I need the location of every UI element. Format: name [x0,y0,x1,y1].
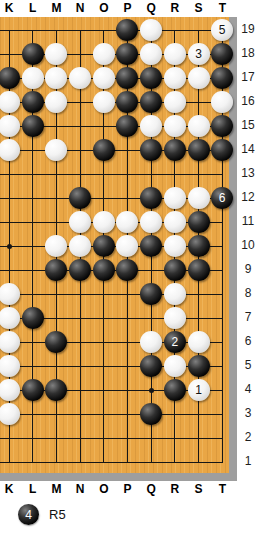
row-label-4: 4 [237,382,259,396]
point-T18[interactable] [210,42,234,66]
point-O18[interactable] [92,42,116,66]
point-Q8[interactable] [139,282,163,306]
point-M5[interactable] [45,354,69,378]
stone-black-R6: 2 [164,331,186,353]
stone-white-K16 [0,91,20,113]
point-L2[interactable] [21,426,45,450]
point-S15[interactable] [187,114,211,138]
stone-black-M9 [45,259,67,281]
stone-white-R16 [164,91,186,113]
point-T7[interactable] [210,306,234,330]
stone-black-S9 [188,259,210,281]
point-R1[interactable] [163,450,187,474]
point-L15[interactable] [21,114,45,138]
point-P17[interactable] [116,66,140,90]
point-M18[interactable] [45,42,69,66]
caption-black-stone-icon: 4 [18,504,39,525]
stone-white-M10 [45,235,67,257]
stone-black-L18 [22,43,44,65]
point-N12[interactable] [68,186,92,210]
stone-white-N17 [69,67,91,89]
point-L9[interactable] [21,258,45,282]
point-O8[interactable] [92,282,116,306]
point-M8[interactable] [45,282,69,306]
point-N14[interactable] [68,138,92,162]
point-L19[interactable] [21,18,45,42]
column-label-Q: Q [147,1,156,15]
point-M19[interactable] [45,18,69,42]
point-O19[interactable] [92,18,116,42]
point-O11[interactable] [92,210,116,234]
point-R12[interactable] [163,186,187,210]
point-M2[interactable] [45,426,69,450]
stone-white-O11 [93,211,115,233]
point-O10[interactable] [92,234,116,258]
stone-white-P11 [116,211,138,233]
point-T13[interactable] [210,162,234,186]
stone-black-S10 [188,235,210,257]
point-Q6[interactable] [139,330,163,354]
point-L11[interactable] [21,210,45,234]
column-label-K: K [5,1,14,15]
stone-black-S5 [188,355,210,377]
point-R11[interactable] [163,210,187,234]
point-O4[interactable] [92,378,116,402]
point-L7[interactable] [21,306,45,330]
stone-white-K6 [0,331,20,353]
stone-white-K5 [0,355,20,377]
stone-black-S11 [188,211,210,233]
point-Q4[interactable] [139,378,163,402]
row-label-14: 14 [237,142,259,156]
point-P18[interactable] [116,42,140,66]
point-R13[interactable] [163,162,187,186]
point-O13[interactable] [92,162,116,186]
point-R4[interactable] [163,378,187,402]
point-K1[interactable] [0,450,21,474]
stone-black-L15 [22,115,44,137]
point-S16[interactable] [187,90,211,114]
point-Q7[interactable] [139,306,163,330]
point-Q17[interactable] [139,66,163,90]
stone-white-R11 [164,211,186,233]
column-label-M: M [51,1,61,15]
point-S13[interactable] [187,162,211,186]
stone-black-Q17 [140,67,162,89]
stone-black-Q12 [140,187,162,209]
stone-white-M18 [45,43,67,65]
point-P7[interactable] [116,306,140,330]
point-P13[interactable] [116,162,140,186]
stone-black-N9 [69,259,91,281]
point-L1[interactable] [21,450,45,474]
point-L17[interactable] [21,66,45,90]
row-label-13: 13 [237,166,259,180]
stone-white-Q18 [140,43,162,65]
point-M3[interactable] [45,402,69,426]
point-P6[interactable] [116,330,140,354]
row-label-6: 6 [237,334,259,348]
point-P16[interactable] [116,90,140,114]
point-Q14[interactable] [139,138,163,162]
point-K6[interactable] [0,330,21,354]
star-point-Q4 [149,388,154,393]
stone-white-P10 [116,235,138,257]
stone-white-K8 [0,283,20,305]
point-S17[interactable] [187,66,211,90]
point-S19[interactable] [187,18,211,42]
point-S2[interactable] [187,426,211,450]
point-L3[interactable] [21,402,45,426]
point-K7[interactable] [0,306,21,330]
point-Q16[interactable] [139,90,163,114]
point-P5[interactable] [116,354,140,378]
point-L8[interactable] [21,282,45,306]
stone-white-R18 [164,43,186,65]
point-S9[interactable] [187,258,211,282]
stone-black-M6 [45,331,67,353]
row-label-7: 7 [237,310,259,324]
point-S18[interactable]: 3 [187,42,211,66]
point-O12[interactable] [92,186,116,210]
stone-black-O9 [93,259,115,281]
point-L4[interactable] [21,378,45,402]
point-N16[interactable] [68,90,92,114]
point-K9[interactable] [0,258,21,282]
point-T1[interactable] [210,450,234,474]
point-P10[interactable] [116,234,140,258]
point-L10[interactable] [21,234,45,258]
point-R16[interactable] [163,90,187,114]
point-M16[interactable] [45,90,69,114]
point-N15[interactable] [68,114,92,138]
row-label-15: 15 [237,118,259,132]
point-S7[interactable] [187,306,211,330]
column-label-N: N [76,482,85,496]
point-R17[interactable] [163,66,187,90]
stone-black-T12: 6 [211,187,233,209]
point-K10[interactable] [0,234,21,258]
point-R10[interactable] [163,234,187,258]
stone-black-Q8 [140,283,162,305]
stone-black-N12 [69,187,91,209]
row-label-16: 16 [237,94,259,108]
point-N6[interactable] [68,330,92,354]
stone-black-T15 [211,115,233,137]
column-label-N: N [76,1,85,15]
point-Q19[interactable] [139,18,163,42]
stone-white-S4: 1 [188,379,210,401]
point-P19[interactable] [116,18,140,42]
point-T4[interactable] [210,378,234,402]
point-N2[interactable] [68,426,92,450]
point-K5[interactable] [0,354,21,378]
column-label-P: P [123,1,131,15]
stone-white-Q15 [140,115,162,137]
point-R18[interactable] [163,42,187,66]
point-O7[interactable] [92,306,116,330]
board-edge-bottom [0,473,237,481]
point-M17[interactable] [45,66,69,90]
point-N13[interactable] [68,162,92,186]
point-O2[interactable] [92,426,116,450]
stone-black-M4 [45,379,67,401]
point-Q10[interactable] [139,234,163,258]
point-S10[interactable] [187,234,211,258]
point-T9[interactable] [210,258,234,282]
point-T6[interactable] [210,330,234,354]
row-label-9: 9 [237,262,259,276]
point-K17[interactable] [0,66,21,90]
point-R2[interactable] [163,426,187,450]
stone-white-M16 [45,91,67,113]
point-M14[interactable] [45,138,69,162]
point-N1[interactable] [68,450,92,474]
point-K14[interactable] [0,138,21,162]
point-K4[interactable] [0,378,21,402]
point-T16[interactable] [210,90,234,114]
caption-move-number: 4 [25,509,32,521]
point-N3[interactable] [68,402,92,426]
point-K13[interactable] [0,162,21,186]
stone-black-R9 [164,259,186,281]
row-labels-right: 19181716151413121110987654321 [237,0,260,481]
point-Q5[interactable] [139,354,163,378]
point-T2[interactable] [210,426,234,450]
point-O1[interactable] [92,450,116,474]
point-M10[interactable] [45,234,69,258]
stone-black-T14 [211,139,233,161]
point-M12[interactable] [45,186,69,210]
point-R9[interactable] [163,258,187,282]
point-P3[interactable] [116,402,140,426]
stone-black-O10 [93,235,115,257]
point-N10[interactable] [68,234,92,258]
point-N7[interactable] [68,306,92,330]
point-P4[interactable] [116,378,140,402]
stone-black-P16 [116,91,138,113]
stone-white-R5 [164,355,186,377]
point-K2[interactable] [0,426,21,450]
point-S8[interactable] [187,282,211,306]
stone-white-K4 [0,379,20,401]
stone-white-R12 [164,187,186,209]
point-M13[interactable] [45,162,69,186]
point-P14[interactable] [116,138,140,162]
point-T12[interactable]: 6 [210,186,234,210]
point-L18[interactable] [21,42,45,66]
point-O15[interactable] [92,114,116,138]
point-S6[interactable] [187,330,211,354]
point-M4[interactable] [45,378,69,402]
point-L12[interactable] [21,186,45,210]
point-P11[interactable] [116,210,140,234]
point-K11[interactable] [0,210,21,234]
point-K18[interactable] [0,42,21,66]
point-R7[interactable] [163,306,187,330]
point-N17[interactable] [68,66,92,90]
point-K19[interactable] [0,18,21,42]
stone-white-R10 [164,235,186,257]
column-label-S: S [195,1,203,15]
point-L14[interactable] [21,138,45,162]
point-M15[interactable] [45,114,69,138]
point-T11[interactable] [210,210,234,234]
point-Q2[interactable] [139,426,163,450]
stone-black-O14 [93,139,115,161]
row-label-11: 11 [237,214,259,228]
row-label-10: 10 [237,238,259,252]
point-Q13[interactable] [139,162,163,186]
point-S11[interactable] [187,210,211,234]
point-S5[interactable] [187,354,211,378]
column-label-K: K [5,482,14,496]
stone-white-K14 [0,139,20,161]
point-Q18[interactable] [139,42,163,66]
stone-white-N11 [69,211,91,233]
point-L6[interactable] [21,330,45,354]
row-label-18: 18 [237,46,259,60]
point-N5[interactable] [68,354,92,378]
go-diagram: KLMNOPQRST 19181716151413121110987654321… [0,0,260,537]
point-T19[interactable]: 5 [210,18,234,42]
point-O9[interactable] [92,258,116,282]
point-P8[interactable] [116,282,140,306]
point-R8[interactable] [163,282,187,306]
point-N9[interactable] [68,258,92,282]
stone-black-L4 [22,379,44,401]
point-K15[interactable] [0,114,21,138]
point-N8[interactable] [68,282,92,306]
column-label-L: L [29,482,36,496]
point-T15[interactable] [210,114,234,138]
point-P9[interactable] [116,258,140,282]
point-K16[interactable] [0,90,21,114]
point-Q1[interactable] [139,450,163,474]
point-T5[interactable] [210,354,234,378]
stone-white-Q6 [140,331,162,353]
point-O16[interactable] [92,90,116,114]
point-M7[interactable] [45,306,69,330]
move-caption: 4 R5 [18,503,66,526]
point-T3[interactable] [210,402,234,426]
stone-black-R4 [164,379,186,401]
row-label-3: 3 [237,406,259,420]
row-label-2: 2 [237,430,259,444]
point-R19[interactable] [163,18,187,42]
point-Q3[interactable] [139,402,163,426]
stone-black-Q16 [140,91,162,113]
point-T17[interactable] [210,66,234,90]
stone-white-S12 [188,187,210,209]
point-P2[interactable] [116,426,140,450]
point-K3[interactable] [0,402,21,426]
point-M1[interactable] [45,450,69,474]
column-labels-top: KLMNOPQRST [0,0,237,17]
point-S1[interactable] [187,450,211,474]
point-L13[interactable] [21,162,45,186]
stone-white-R15 [164,115,186,137]
stone-white-S18: 3 [188,43,210,65]
point-L16[interactable] [21,90,45,114]
point-T10[interactable] [210,234,234,258]
point-O5[interactable] [92,354,116,378]
point-O14[interactable] [92,138,116,162]
stone-black-R14 [164,139,186,161]
stone-white-Q11 [140,211,162,233]
point-R15[interactable] [163,114,187,138]
point-N18[interactable] [68,42,92,66]
stone-black-P17 [116,67,138,89]
stone-white-R8 [164,283,186,305]
stone-black-K17 [0,67,20,89]
stone-black-Q10 [140,235,162,257]
stone-white-T16 [211,91,233,113]
point-K12[interactable] [0,186,21,210]
point-Q12[interactable] [139,186,163,210]
column-label-O: O [99,1,108,15]
row-label-17: 17 [237,70,259,84]
stone-white-T19: 5 [211,19,233,41]
point-R6[interactable]: 2 [163,330,187,354]
point-O6[interactable] [92,330,116,354]
point-S14[interactable] [187,138,211,162]
point-P15[interactable] [116,114,140,138]
point-T14[interactable] [210,138,234,162]
stone-white-K7 [0,307,20,329]
point-L5[interactable] [21,354,45,378]
stone-white-O18 [93,43,115,65]
stone-black-Q3 [140,403,162,425]
stone-black-P15 [116,115,138,137]
point-M6[interactable] [45,330,69,354]
board-grid: 53621 [0,18,234,474]
column-label-S: S [195,482,203,496]
point-O17[interactable] [92,66,116,90]
stone-white-K3 [0,403,20,425]
point-R5[interactable] [163,354,187,378]
point-N4[interactable] [68,378,92,402]
column-label-R: R [171,482,180,496]
point-S3[interactable] [187,402,211,426]
point-O3[interactable] [92,402,116,426]
stone-black-P18 [116,43,138,65]
point-P12[interactable] [116,186,140,210]
stone-black-Q14 [140,139,162,161]
column-label-M: M [51,482,61,496]
point-N11[interactable] [68,210,92,234]
stone-black-L7 [22,307,44,329]
point-N19[interactable] [68,18,92,42]
point-K8[interactable] [0,282,21,306]
point-P1[interactable] [116,450,140,474]
stone-white-N10 [69,235,91,257]
point-T8[interactable] [210,282,234,306]
point-R3[interactable] [163,402,187,426]
point-S4[interactable]: 1 [187,378,211,402]
point-S12[interactable] [187,186,211,210]
column-label-L: L [29,1,36,15]
point-R14[interactable] [163,138,187,162]
stone-black-T18 [211,43,233,65]
point-Q15[interactable] [139,114,163,138]
stone-white-O16 [93,91,115,113]
stone-black-Q5 [140,355,162,377]
point-M11[interactable] [45,210,69,234]
point-Q11[interactable] [139,210,163,234]
point-M9[interactable] [45,258,69,282]
point-Q9[interactable] [139,258,163,282]
